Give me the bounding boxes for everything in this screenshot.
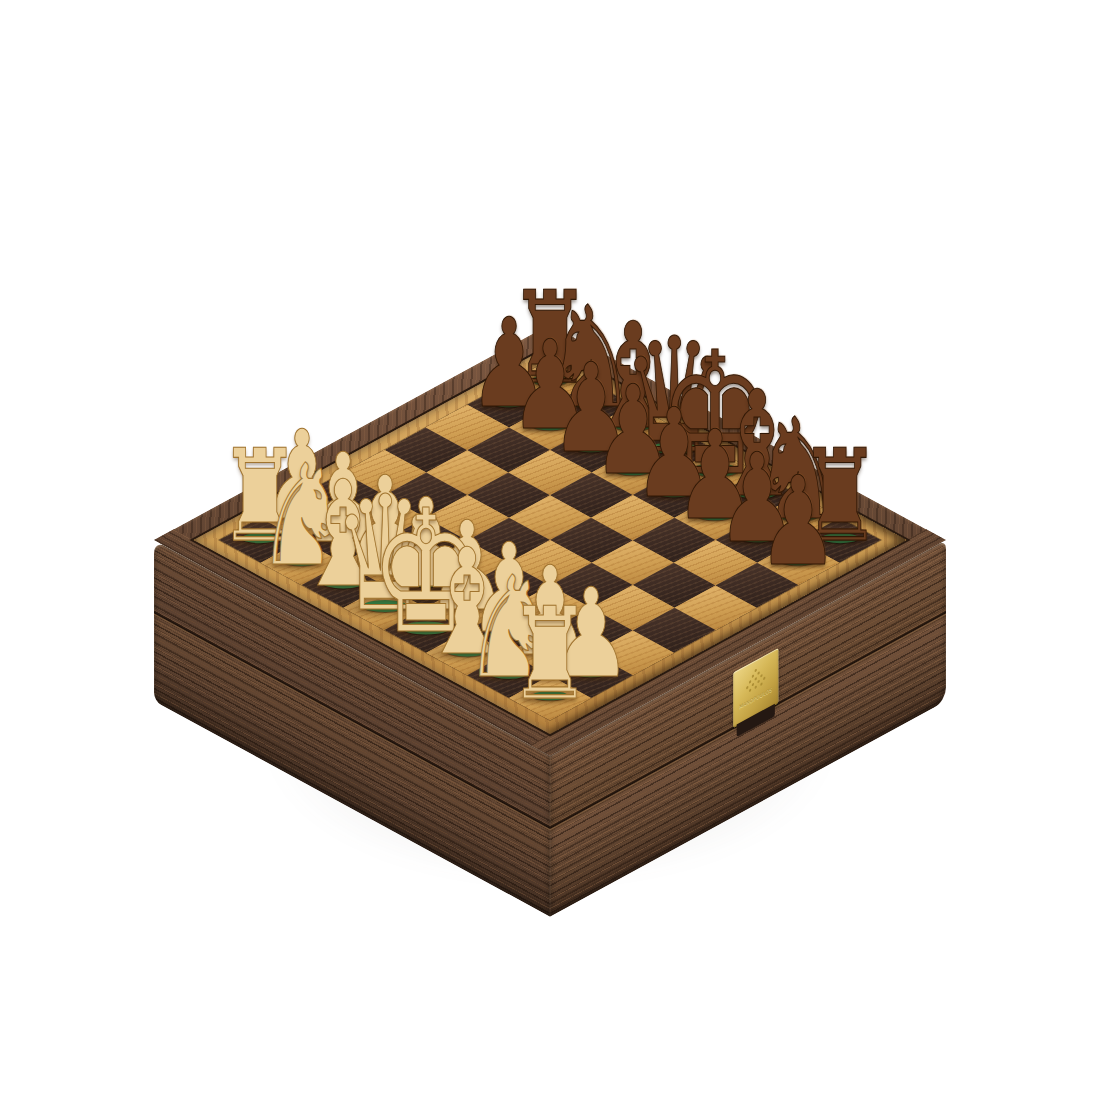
- pieces-layer: ♜♞♝♛♚♝♞♜♟♟♟♟♟♟♟♟♟♟♟♟♟♟♟♟♜♞♝♛♚♝♞♜: [0, 0, 1100, 1100]
- piece-white-rook: ♜: [508, 591, 592, 718]
- piece-black-pawn: ♟: [758, 459, 839, 582]
- chess-box-product-photo: MANOPOULOS ♜♞♝♛♚♝♞♜♟♟♟♟♟♟♟♟♟♟♟♟♟♟♟♟♜♞♝♛♚…: [0, 0, 1100, 1100]
